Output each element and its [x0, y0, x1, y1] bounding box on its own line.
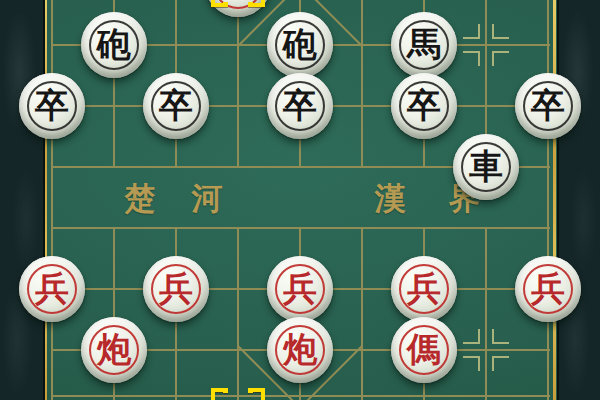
river-label: 楚	[125, 178, 156, 220]
piece-red-soldier[interactable]: 兵	[143, 256, 209, 322]
piece-black-soldier[interactable]: 卒	[515, 73, 581, 139]
last-move-marker-from	[211, 388, 265, 400]
cannon-point-corner	[492, 24, 509, 39]
grid-line-rank	[52, 395, 550, 397]
last-move-marker-to	[211, 0, 265, 7]
table-edge-left	[0, 0, 45, 400]
grid-line-file	[237, 0, 239, 168]
piece-glyph: 炮	[267, 317, 333, 383]
grid-line-file	[361, 0, 363, 168]
marker-corner	[211, 0, 227, 7]
piece-glyph: 卒	[19, 73, 85, 139]
piece-glyph: 兵	[267, 256, 333, 322]
piece-red-soldier[interactable]: 兵	[267, 256, 333, 322]
piece-glyph: 卒	[391, 73, 457, 139]
grid-line-rank	[52, 227, 550, 229]
cannon-point-corner	[492, 51, 509, 66]
piece-glyph: 卒	[515, 73, 581, 139]
grid-line-file	[237, 228, 239, 400]
piece-black-chariot[interactable]: 車	[453, 134, 519, 200]
marker-corner	[211, 388, 227, 400]
grid-line-file	[361, 228, 363, 400]
piece-glyph: 兵	[19, 256, 85, 322]
board-border-right	[553, 0, 556, 400]
piece-glyph: 卒	[143, 73, 209, 139]
piece-glyph: 卒	[267, 73, 333, 139]
cannon-point-corner	[492, 329, 509, 344]
piece-black-soldier[interactable]: 卒	[391, 73, 457, 139]
piece-glyph: 馬	[391, 12, 457, 78]
piece-black-horse[interactable]: 馬	[391, 12, 457, 78]
piece-glyph: 兵	[515, 256, 581, 322]
piece-red-cannon[interactable]: 炮	[81, 317, 147, 383]
grid-line-file	[485, 228, 487, 400]
piece-glyph: 砲	[81, 12, 147, 78]
grid-line-file	[547, 0, 549, 400]
river-label: 河	[192, 178, 223, 220]
cannon-point-corner	[463, 356, 480, 371]
cannon-point-corner	[463, 24, 480, 39]
xiangqi-board[interactable]: 楚河漢界 俥砲砲馬卒卒卒卒卒車兵兵兵兵兵炮炮傌	[0, 0, 600, 400]
piece-glyph: 炮	[81, 317, 147, 383]
piece-glyph: 兵	[391, 256, 457, 322]
cannon-point-corner	[492, 356, 509, 371]
piece-black-soldier[interactable]: 卒	[267, 73, 333, 139]
piece-glyph: 傌	[391, 317, 457, 383]
marker-corner	[249, 388, 265, 400]
piece-black-cannon[interactable]: 砲	[267, 12, 333, 78]
piece-black-soldier[interactable]: 卒	[19, 73, 85, 139]
piece-glyph: 兵	[143, 256, 209, 322]
cannon-point-marker	[463, 329, 509, 371]
piece-red-horse[interactable]: 傌	[391, 317, 457, 383]
cannon-point-corner	[463, 329, 480, 344]
grid-line-file	[51, 0, 53, 400]
cannon-point-marker	[463, 24, 509, 66]
piece-black-cannon[interactable]: 砲	[81, 12, 147, 78]
piece-red-soldier[interactable]: 兵	[19, 256, 85, 322]
piece-glyph: 砲	[267, 12, 333, 78]
piece-red-cannon[interactable]: 炮	[267, 317, 333, 383]
cannon-point-corner	[463, 51, 480, 66]
table-edge-right	[557, 0, 600, 400]
marker-corner	[249, 0, 265, 7]
piece-red-soldier[interactable]: 兵	[515, 256, 581, 322]
piece-black-soldier[interactable]: 卒	[143, 73, 209, 139]
piece-red-soldier[interactable]: 兵	[391, 256, 457, 322]
piece-glyph: 車	[453, 134, 519, 200]
river-label: 漢	[375, 178, 406, 220]
